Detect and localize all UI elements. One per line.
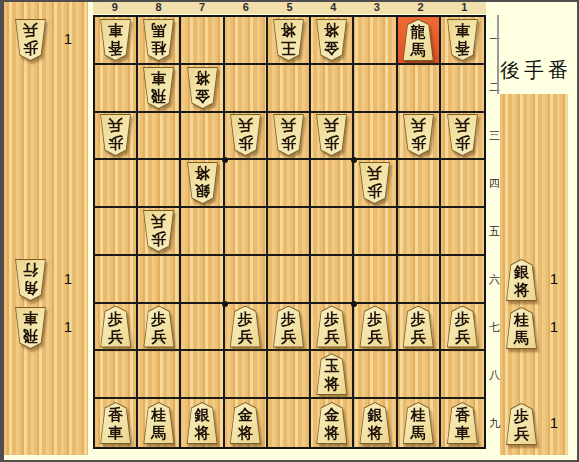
square-5三[interactable]: 歩兵 xyxy=(268,113,311,161)
piece-銀将-sente[interactable]: 銀将 xyxy=(504,259,539,301)
piece-kanji: 兵 xyxy=(514,425,529,443)
square-4一[interactable]: 金将 xyxy=(311,17,354,65)
piece-body: 角行 xyxy=(13,259,48,301)
piece-桂馬-sente[interactable]: 桂馬 xyxy=(504,307,539,349)
piece-香車-sente: 香車 xyxy=(445,402,480,444)
square-3九[interactable]: 銀将 xyxy=(354,399,397,447)
piece-kanji: 金 xyxy=(324,406,339,424)
hoshi-dot xyxy=(222,301,228,307)
file-label: 2 xyxy=(399,0,443,14)
piece-body: 龍馬 xyxy=(401,19,436,61)
piece-body: 金将 xyxy=(314,19,349,61)
square-6五[interactable] xyxy=(225,208,268,256)
piece-歩兵-gote[interactable]: 歩兵 xyxy=(13,19,48,61)
piece-金将-sente: 金将 xyxy=(228,402,263,444)
piece-body: 銀将 xyxy=(504,259,539,301)
piece-kanji: 玉 xyxy=(324,357,339,375)
square-4八[interactable]: 玉将 xyxy=(311,351,354,399)
piece-body: 香車 xyxy=(445,19,480,61)
piece-kanji: 桂 xyxy=(411,406,426,424)
piece-face: 王将 xyxy=(272,20,305,60)
square-7七[interactable] xyxy=(181,304,224,352)
piece-face: 角行 xyxy=(14,260,47,300)
piece-face: 香車 xyxy=(99,403,132,443)
piece-銀将-sente: 銀将 xyxy=(357,402,392,444)
square-1三[interactable]: 歩兵 xyxy=(441,113,484,161)
piece-body: 歩兵 xyxy=(401,114,436,156)
square-9三[interactable]: 歩兵 xyxy=(95,113,138,161)
piece-角行-gote[interactable]: 角行 xyxy=(13,259,48,301)
hand-count: 1 xyxy=(60,270,76,287)
piece-kanji: 歩 xyxy=(411,134,426,152)
piece-kanji: 車 xyxy=(108,424,123,442)
file-labels: 987654321 xyxy=(93,0,486,14)
piece-kanji: 兵 xyxy=(151,212,166,230)
piece-kanji: 飛 xyxy=(23,327,38,345)
square-8二[interactable]: 飛車 xyxy=(138,65,181,113)
square-1七[interactable]: 歩兵 xyxy=(441,304,484,352)
square-7八[interactable] xyxy=(181,351,224,399)
piece-face: 飛車 xyxy=(14,308,47,348)
piece-face: 歩兵 xyxy=(315,307,348,347)
hand-piece-歩兵-sente[interactable]: 歩兵 xyxy=(504,403,539,445)
square-7四[interactable]: 銀将 xyxy=(181,160,224,208)
square-5七[interactable]: 歩兵 xyxy=(268,304,311,352)
square-1四[interactable] xyxy=(441,160,484,208)
piece-歩兵-sente: 歩兵 xyxy=(401,306,436,348)
piece-kanji: 角 xyxy=(23,279,38,297)
piece-kanji: 龍 xyxy=(411,23,426,41)
piece-歩兵-gote: 歩兵 xyxy=(401,114,436,156)
square-5六[interactable] xyxy=(268,256,311,304)
piece-歩兵-gote: 歩兵 xyxy=(271,114,306,156)
square-2一[interactable]: 龍馬 xyxy=(398,17,441,65)
piece-kanji: 馬 xyxy=(151,424,166,442)
board-grid: 香車桂馬王将金将龍馬香車飛車金将歩兵歩兵歩兵歩兵歩兵歩兵銀将歩兵歩兵歩兵歩兵歩兵… xyxy=(95,17,484,447)
piece-face: 玉将 xyxy=(315,354,348,394)
piece-face: 金将 xyxy=(186,68,219,108)
square-9二[interactable] xyxy=(95,65,138,113)
piece-body: 歩兵 xyxy=(228,114,263,156)
piece-歩兵-gote: 歩兵 xyxy=(141,210,176,252)
piece-飛車-gote: 飛車 xyxy=(141,67,176,109)
piece-face: 金将 xyxy=(315,403,348,443)
piece-body: 歩兵 xyxy=(141,306,176,348)
piece-歩兵-sente: 歩兵 xyxy=(357,306,392,348)
piece-face: 歩兵 xyxy=(99,115,132,155)
piece-歩兵-sente: 歩兵 xyxy=(98,306,133,348)
piece-body: 歩兵 xyxy=(228,306,263,348)
square-2二[interactable] xyxy=(398,65,441,113)
rank-label: 五 xyxy=(488,207,501,255)
piece-body: 桂馬 xyxy=(401,402,436,444)
piece-body: 歩兵 xyxy=(141,210,176,252)
square-4三[interactable]: 歩兵 xyxy=(311,113,354,161)
piece-kanji: 香 xyxy=(455,406,470,424)
rank-label: 四 xyxy=(488,159,501,207)
piece-body: 金将 xyxy=(314,402,349,444)
piece-kanji: 兵 xyxy=(281,328,296,346)
piece-kanji: 将 xyxy=(514,281,529,299)
hand-piece-角行-gote[interactable]: 角行 xyxy=(13,259,48,301)
piece-kanji: 兵 xyxy=(367,164,382,182)
piece-face: 歩兵 xyxy=(505,404,538,444)
rank-label: 七 xyxy=(488,303,501,351)
square-2五[interactable] xyxy=(398,208,441,256)
square-9五[interactable] xyxy=(95,208,138,256)
file-label: 6 xyxy=(224,0,268,14)
square-8四[interactable] xyxy=(138,160,181,208)
piece-body: 歩兵 xyxy=(401,306,436,348)
piece-kanji: 兵 xyxy=(455,116,470,134)
square-7六[interactable] xyxy=(181,256,224,304)
piece-香車-gote: 香車 xyxy=(445,19,480,61)
square-4二[interactable] xyxy=(311,65,354,113)
piece-kanji: 車 xyxy=(151,69,166,87)
piece-kanji: 香 xyxy=(108,406,123,424)
file-label: 4 xyxy=(311,0,355,14)
file-label: 8 xyxy=(137,0,181,14)
piece-face: 桂馬 xyxy=(402,403,435,443)
piece-kanji: 王 xyxy=(281,39,296,57)
square-7五[interactable] xyxy=(181,208,224,256)
piece-body: 金将 xyxy=(185,67,220,109)
piece-kanji: 兵 xyxy=(411,328,426,346)
file-label: 7 xyxy=(180,0,224,14)
piece-kanji: 桂 xyxy=(514,311,529,329)
square-5四[interactable] xyxy=(268,160,311,208)
piece-桂馬-sente: 桂馬 xyxy=(401,402,436,444)
gote-hand-tray xyxy=(4,2,88,455)
square-8九[interactable]: 桂馬 xyxy=(138,399,181,447)
piece-kanji: 歩 xyxy=(108,310,123,328)
piece-face: 歩兵 xyxy=(402,115,435,155)
hoshi-dot xyxy=(351,157,357,163)
piece-body: 王将 xyxy=(271,19,306,61)
piece-歩兵-gote: 歩兵 xyxy=(445,114,480,156)
piece-kanji: 将 xyxy=(195,164,210,182)
square-2九[interactable]: 桂馬 xyxy=(398,399,441,447)
square-9九[interactable]: 香車 xyxy=(95,399,138,447)
piece-body: 歩兵 xyxy=(98,114,133,156)
square-7二[interactable]: 金将 xyxy=(181,65,224,113)
square-4六[interactable] xyxy=(311,256,354,304)
hand-piece-桂馬-sente[interactable]: 桂馬 xyxy=(504,307,539,349)
piece-kanji: 歩 xyxy=(238,134,253,152)
piece-body: 歩兵 xyxy=(314,114,349,156)
piece-kanji: 兵 xyxy=(108,116,123,134)
piece-kanji: 兵 xyxy=(455,328,470,346)
piece-body: 桂馬 xyxy=(504,307,539,349)
square-3七[interactable]: 歩兵 xyxy=(354,304,397,352)
piece-face: 歩兵 xyxy=(142,307,175,347)
square-6三[interactable]: 歩兵 xyxy=(225,113,268,161)
square-3二[interactable] xyxy=(354,65,397,113)
square-6八[interactable] xyxy=(225,351,268,399)
piece-face: 金将 xyxy=(229,403,262,443)
square-8五[interactable]: 歩兵 xyxy=(138,208,181,256)
piece-kanji: 飛 xyxy=(151,87,166,105)
square-8六[interactable] xyxy=(138,256,181,304)
piece-face: 歩兵 xyxy=(358,307,391,347)
piece-桂馬-gote: 桂馬 xyxy=(141,19,176,61)
piece-body: 歩兵 xyxy=(98,306,133,348)
piece-kanji: 将 xyxy=(281,21,296,39)
square-9七[interactable]: 歩兵 xyxy=(95,304,138,352)
piece-face: 銀将 xyxy=(505,260,538,300)
square-3五[interactable] xyxy=(354,208,397,256)
piece-face: 銀将 xyxy=(358,403,391,443)
square-5五[interactable] xyxy=(268,208,311,256)
piece-body: 桂馬 xyxy=(141,402,176,444)
piece-body: 歩兵 xyxy=(445,114,480,156)
rank-label: 六 xyxy=(488,255,501,303)
rank-label: 三 xyxy=(488,111,501,159)
square-9八[interactable] xyxy=(95,351,138,399)
piece-kanji: 兵 xyxy=(411,116,426,134)
square-3四[interactable]: 歩兵 xyxy=(354,160,397,208)
square-3八[interactable] xyxy=(354,351,397,399)
rank-label: 八 xyxy=(488,351,501,399)
square-3一[interactable] xyxy=(354,17,397,65)
piece-body: 香車 xyxy=(98,19,133,61)
hoshi-dot xyxy=(351,301,357,307)
square-5二[interactable] xyxy=(268,65,311,113)
piece-kanji: 歩 xyxy=(324,310,339,328)
piece-kanji: 兵 xyxy=(108,328,123,346)
piece-kanji: 将 xyxy=(324,424,339,442)
piece-body: 歩兵 xyxy=(357,162,392,204)
square-6一[interactable] xyxy=(225,17,268,65)
piece-kanji: 馬 xyxy=(411,41,426,59)
piece-kanji: 兵 xyxy=(367,328,382,346)
piece-face: 桂馬 xyxy=(142,403,175,443)
piece-玉将-sente: 玉将 xyxy=(314,353,349,395)
piece-kanji: 馬 xyxy=(514,329,529,347)
piece-face: 歩兵 xyxy=(358,163,391,203)
piece-kanji: 桂 xyxy=(151,39,166,57)
piece-face: 桂馬 xyxy=(142,20,175,60)
piece-face: 歩兵 xyxy=(272,115,305,155)
hand-count: 1 xyxy=(546,318,562,335)
piece-kanji: 兵 xyxy=(23,21,38,39)
piece-歩兵-gote: 歩兵 xyxy=(357,162,392,204)
piece-kanji: 金 xyxy=(195,87,210,105)
piece-歩兵-gote: 歩兵 xyxy=(228,114,263,156)
piece-body: 歩兵 xyxy=(13,19,48,61)
piece-kanji: 兵 xyxy=(238,116,253,134)
piece-face: 飛車 xyxy=(142,68,175,108)
piece-kanji: 金 xyxy=(324,39,339,57)
square-1五[interactable] xyxy=(441,208,484,256)
piece-kanji: 桂 xyxy=(151,406,166,424)
square-6六[interactable] xyxy=(225,256,268,304)
square-4五[interactable] xyxy=(311,208,354,256)
square-1六[interactable] xyxy=(441,256,484,304)
piece-歩兵-sente: 歩兵 xyxy=(314,306,349,348)
piece-body: 桂馬 xyxy=(141,19,176,61)
piece-kanji: 歩 xyxy=(367,182,382,200)
piece-body: 飛車 xyxy=(141,67,176,109)
piece-face: 香車 xyxy=(99,20,132,60)
hand-piece-銀将-sente[interactable]: 銀将 xyxy=(504,259,539,301)
piece-face: 歩兵 xyxy=(446,307,479,347)
piece-kanji: 銀 xyxy=(514,263,529,281)
square-1一[interactable]: 香車 xyxy=(441,17,484,65)
piece-歩兵-sente[interactable]: 歩兵 xyxy=(504,403,539,445)
square-2八[interactable] xyxy=(398,351,441,399)
file-label: 9 xyxy=(93,0,137,14)
piece-飛車-gote[interactable]: 飛車 xyxy=(13,307,48,349)
piece-body: 銀将 xyxy=(185,402,220,444)
square-8一[interactable]: 桂馬 xyxy=(138,17,181,65)
piece-body: 歩兵 xyxy=(271,306,306,348)
piece-face: 香車 xyxy=(446,20,479,60)
piece-kanji: 将 xyxy=(367,424,382,442)
piece-body: 歩兵 xyxy=(271,114,306,156)
square-7九[interactable]: 銀将 xyxy=(181,399,224,447)
piece-kanji: 将 xyxy=(195,69,210,87)
square-2三[interactable]: 歩兵 xyxy=(398,113,441,161)
piece-face: 歩兵 xyxy=(229,307,262,347)
piece-kanji: 歩 xyxy=(514,407,529,425)
piece-kanji: 銀 xyxy=(367,406,382,424)
square-3三[interactable] xyxy=(354,113,397,161)
piece-kanji: 兵 xyxy=(324,116,339,134)
square-1八[interactable] xyxy=(441,351,484,399)
square-5九[interactable] xyxy=(268,399,311,447)
piece-kanji: 馬 xyxy=(151,21,166,39)
hand-count: 1 xyxy=(60,30,76,47)
file-label: 3 xyxy=(355,0,399,14)
piece-body: 香車 xyxy=(98,402,133,444)
piece-face: 桂馬 xyxy=(505,308,538,348)
square-1九[interactable]: 香車 xyxy=(441,399,484,447)
piece-kanji: 歩 xyxy=(281,310,296,328)
piece-kanji: 歩 xyxy=(238,310,253,328)
piece-kanji: 兵 xyxy=(324,328,339,346)
piece-kanji: 将 xyxy=(238,424,253,442)
piece-歩兵-gote: 歩兵 xyxy=(314,114,349,156)
piece-body: 金将 xyxy=(228,402,263,444)
square-4九[interactable]: 金将 xyxy=(311,399,354,447)
piece-kanji: 馬 xyxy=(411,424,426,442)
turn-indicator: 後手番 xyxy=(500,57,579,84)
piece-kanji: 歩 xyxy=(151,230,166,248)
square-2四[interactable] xyxy=(398,160,441,208)
piece-歩兵-sente: 歩兵 xyxy=(141,306,176,348)
square-2七[interactable]: 歩兵 xyxy=(398,304,441,352)
piece-kanji: 兵 xyxy=(238,328,253,346)
rank-label: 九 xyxy=(488,399,501,447)
piece-王将-gote: 王将 xyxy=(271,19,306,61)
piece-kanji: 歩 xyxy=(367,310,382,328)
piece-kanji: 歩 xyxy=(411,310,426,328)
piece-kanji: 歩 xyxy=(108,134,123,152)
piece-body: 玉将 xyxy=(314,353,349,395)
piece-歩兵-gote: 歩兵 xyxy=(98,114,133,156)
piece-香車-gote: 香車 xyxy=(98,19,133,61)
piece-body: 銀将 xyxy=(185,162,220,204)
piece-face: 龍馬 xyxy=(402,20,435,60)
square-5一[interactable]: 王将 xyxy=(268,17,311,65)
square-8三[interactable] xyxy=(138,113,181,161)
piece-kanji: 歩 xyxy=(455,134,470,152)
square-9一[interactable]: 香車 xyxy=(95,17,138,65)
piece-face: 香車 xyxy=(446,403,479,443)
file-label: 5 xyxy=(268,0,312,14)
square-4七[interactable]: 歩兵 xyxy=(311,304,354,352)
piece-龍馬-sente: 龍馬 xyxy=(401,19,436,61)
piece-kanji: 歩 xyxy=(23,39,38,57)
piece-body: 銀将 xyxy=(357,402,392,444)
square-7一[interactable] xyxy=(181,17,224,65)
piece-face: 歩兵 xyxy=(315,115,348,155)
piece-歩兵-sente: 歩兵 xyxy=(271,306,306,348)
square-6二[interactable] xyxy=(225,65,268,113)
piece-body: 歩兵 xyxy=(357,306,392,348)
piece-body: 歩兵 xyxy=(314,306,349,348)
piece-face: 歩兵 xyxy=(99,307,132,347)
piece-香車-sente: 香車 xyxy=(98,402,133,444)
piece-body: 香車 xyxy=(445,402,480,444)
hand-piece-飛車-gote[interactable]: 飛車 xyxy=(13,307,48,349)
square-8七[interactable]: 歩兵 xyxy=(138,304,181,352)
square-6四[interactable] xyxy=(225,160,268,208)
piece-face: 歩兵 xyxy=(272,307,305,347)
square-5八[interactable] xyxy=(268,351,311,399)
piece-body: 歩兵 xyxy=(504,403,539,445)
piece-歩兵-sente: 歩兵 xyxy=(445,306,480,348)
piece-kanji: 車 xyxy=(455,424,470,442)
shogi-diagram: 987654321 一二三四五六七八九 後手番 香車桂馬王将金将龍馬香車飛車金将… xyxy=(0,0,579,462)
square-2六[interactable] xyxy=(398,256,441,304)
hoshi-dot xyxy=(222,157,228,163)
piece-kanji: 金 xyxy=(238,406,253,424)
piece-kanji: 兵 xyxy=(281,116,296,134)
piece-kanji: 香 xyxy=(108,39,123,57)
square-4四[interactable] xyxy=(311,160,354,208)
piece-face: 歩兵 xyxy=(229,115,262,155)
square-7三[interactable] xyxy=(181,113,224,161)
piece-kanji: 歩 xyxy=(281,134,296,152)
piece-body: 歩兵 xyxy=(445,306,480,348)
piece-kanji: 兵 xyxy=(151,328,166,346)
piece-kanji: 歩 xyxy=(151,310,166,328)
hand-count: 1 xyxy=(546,414,562,431)
piece-kanji: 将 xyxy=(324,375,339,393)
piece-kanji: 歩 xyxy=(324,134,339,152)
piece-face: 銀将 xyxy=(186,163,219,203)
square-6七[interactable]: 歩兵 xyxy=(225,304,268,352)
square-6九[interactable]: 金将 xyxy=(225,399,268,447)
piece-歩兵-sente: 歩兵 xyxy=(228,306,263,348)
square-8八[interactable] xyxy=(138,351,181,399)
square-9六[interactable] xyxy=(95,256,138,304)
square-9四[interactable] xyxy=(95,160,138,208)
hand-piece-歩兵-gote[interactable]: 歩兵 xyxy=(13,19,48,61)
piece-銀将-sente: 銀将 xyxy=(185,402,220,444)
shogi-board: 香車桂馬王将金将龍馬香車飛車金将歩兵歩兵歩兵歩兵歩兵歩兵銀将歩兵歩兵歩兵歩兵歩兵… xyxy=(93,15,486,449)
piece-kanji: 銀 xyxy=(195,406,210,424)
hand-count: 1 xyxy=(60,318,76,335)
piece-金将-gote: 金将 xyxy=(314,19,349,61)
piece-kanji: 銀 xyxy=(195,182,210,200)
piece-金将-gote: 金将 xyxy=(185,67,220,109)
square-1二[interactable] xyxy=(441,65,484,113)
square-3六[interactable] xyxy=(354,256,397,304)
piece-face: 歩兵 xyxy=(402,307,435,347)
